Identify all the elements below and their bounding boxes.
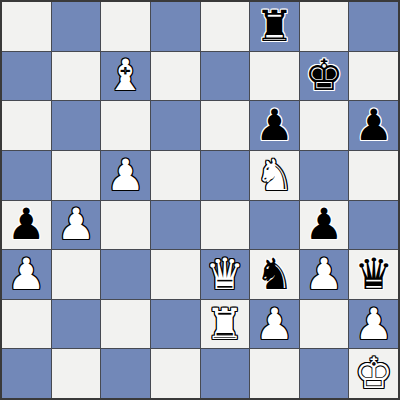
square-c5[interactable]: ♟ <box>101 151 150 200</box>
square-e5[interactable] <box>201 151 250 200</box>
square-a6[interactable] <box>2 101 51 150</box>
square-f8[interactable]: ♜ <box>250 2 299 51</box>
white-king: ♚ <box>354 352 393 395</box>
square-d7[interactable] <box>151 52 200 101</box>
square-d1[interactable] <box>151 349 200 398</box>
square-c4[interactable] <box>101 201 150 250</box>
black-pawn: ♟ <box>305 203 344 246</box>
square-e4[interactable] <box>201 201 250 250</box>
square-b1[interactable] <box>52 349 101 398</box>
square-f2[interactable]: ♟ <box>250 300 299 349</box>
white-queen: ♛ <box>206 253 245 296</box>
square-a3[interactable]: ♟ <box>2 250 51 299</box>
square-a4[interactable]: ♟ <box>2 201 51 250</box>
square-e8[interactable] <box>201 2 250 51</box>
square-h8[interactable] <box>349 2 398 51</box>
square-g7[interactable]: ♚ <box>300 52 349 101</box>
black-king: ♚ <box>305 54 344 97</box>
square-c7[interactable]: ♝ <box>101 52 150 101</box>
square-h2[interactable]: ♟ <box>349 300 398 349</box>
black-queen: ♛ <box>354 253 393 296</box>
square-b4[interactable]: ♟ <box>52 201 101 250</box>
square-a1[interactable] <box>2 349 51 398</box>
square-f7[interactable] <box>250 52 299 101</box>
white-knight: ♞ <box>255 154 294 197</box>
square-g2[interactable] <box>300 300 349 349</box>
square-d8[interactable] <box>151 2 200 51</box>
square-d6[interactable] <box>151 101 200 150</box>
square-a5[interactable] <box>2 151 51 200</box>
square-c3[interactable] <box>101 250 150 299</box>
square-e6[interactable] <box>201 101 250 150</box>
white-pawn: ♟ <box>305 253 344 296</box>
square-g5[interactable] <box>300 151 349 200</box>
square-f4[interactable] <box>250 201 299 250</box>
square-h4[interactable] <box>349 201 398 250</box>
square-h6[interactable]: ♟ <box>349 101 398 150</box>
square-h3[interactable]: ♛ <box>349 250 398 299</box>
square-b8[interactable] <box>52 2 101 51</box>
square-h1[interactable]: ♚ <box>349 349 398 398</box>
black-pawn: ♟ <box>354 104 393 147</box>
black-rook: ♜ <box>255 5 294 48</box>
square-g4[interactable]: ♟ <box>300 201 349 250</box>
square-c8[interactable] <box>101 2 150 51</box>
black-pawn: ♟ <box>7 203 46 246</box>
square-g6[interactable] <box>300 101 349 150</box>
black-knight: ♞ <box>255 253 294 296</box>
square-c2[interactable] <box>101 300 150 349</box>
white-pawn: ♟ <box>354 303 393 346</box>
square-g1[interactable] <box>300 349 349 398</box>
square-d2[interactable] <box>151 300 200 349</box>
square-h7[interactable] <box>349 52 398 101</box>
square-e2[interactable]: ♜ <box>201 300 250 349</box>
square-b3[interactable] <box>52 250 101 299</box>
square-f3[interactable]: ♞ <box>250 250 299 299</box>
square-e3[interactable]: ♛ <box>201 250 250 299</box>
square-b6[interactable] <box>52 101 101 150</box>
white-bishop: ♝ <box>106 54 145 97</box>
square-d4[interactable] <box>151 201 200 250</box>
square-b2[interactable] <box>52 300 101 349</box>
square-d5[interactable] <box>151 151 200 200</box>
white-pawn: ♟ <box>57 203 96 246</box>
square-a8[interactable] <box>2 2 51 51</box>
square-b5[interactable] <box>52 151 101 200</box>
square-c6[interactable] <box>101 101 150 150</box>
square-g8[interactable] <box>300 2 349 51</box>
white-pawn: ♟ <box>7 253 46 296</box>
chess-board: ♜♝♚♟♟♟♞♟♟♟♟♛♞♟♛♜♟♟♚ <box>0 0 400 400</box>
square-c1[interactable] <box>101 349 150 398</box>
square-a7[interactable] <box>2 52 51 101</box>
square-g3[interactable]: ♟ <box>300 250 349 299</box>
square-f6[interactable]: ♟ <box>250 101 299 150</box>
square-b7[interactable] <box>52 52 101 101</box>
square-e1[interactable] <box>201 349 250 398</box>
square-f1[interactable] <box>250 349 299 398</box>
white-pawn: ♟ <box>106 154 145 197</box>
white-pawn: ♟ <box>255 303 294 346</box>
black-pawn: ♟ <box>255 104 294 147</box>
white-rook: ♜ <box>206 303 245 346</box>
square-e7[interactable] <box>201 52 250 101</box>
square-d3[interactable] <box>151 250 200 299</box>
square-a2[interactable] <box>2 300 51 349</box>
square-h5[interactable] <box>349 151 398 200</box>
square-f5[interactable]: ♞ <box>250 151 299 200</box>
